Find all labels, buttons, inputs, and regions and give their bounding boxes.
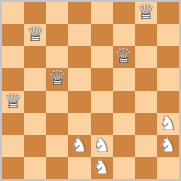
chess-board-frame: ♛♕♛♕♛♕♛♕♛♕♞♘♞♘♞♘♞♘♞♘ <box>0 0 181 181</box>
white-knight: ♞♘ <box>157 113 179 135</box>
square-g1[interactable] <box>135 157 157 179</box>
square-a8[interactable] <box>2 2 24 24</box>
square-f5[interactable] <box>113 68 135 90</box>
square-d5[interactable] <box>68 68 90 90</box>
square-g7[interactable] <box>135 24 157 46</box>
square-d8[interactable] <box>68 2 90 24</box>
square-c4[interactable] <box>46 91 68 113</box>
square-g4[interactable] <box>135 91 157 113</box>
white-queen: ♛♕ <box>113 46 135 68</box>
square-e7[interactable] <box>91 24 113 46</box>
square-a6[interactable] <box>2 46 24 68</box>
square-h7[interactable] <box>157 24 179 46</box>
square-f1[interactable] <box>113 157 135 179</box>
square-f4[interactable] <box>113 91 135 113</box>
square-h3[interactable]: ♞♘ <box>157 113 179 135</box>
square-h6[interactable] <box>157 46 179 68</box>
square-h2[interactable]: ♞♘ <box>157 135 179 157</box>
white-knight: ♞♘ <box>91 157 113 179</box>
square-c6[interactable] <box>46 46 68 68</box>
square-a5[interactable] <box>2 68 24 90</box>
white-queen: ♛♕ <box>135 2 157 24</box>
square-f2[interactable] <box>113 135 135 157</box>
square-d2[interactable]: ♞♘ <box>68 135 90 157</box>
square-c7[interactable] <box>46 24 68 46</box>
square-f7[interactable] <box>113 24 135 46</box>
square-d3[interactable] <box>68 113 90 135</box>
square-c2[interactable] <box>46 135 68 157</box>
square-b7[interactable]: ♛♕ <box>24 24 46 46</box>
square-a3[interactable] <box>2 113 24 135</box>
white-queen: ♛♕ <box>24 24 46 46</box>
square-g8[interactable]: ♛♕ <box>135 2 157 24</box>
white-knight: ♞♘ <box>68 135 90 157</box>
square-d1[interactable] <box>68 157 90 179</box>
square-f8[interactable] <box>113 2 135 24</box>
square-b4[interactable] <box>24 91 46 113</box>
chess-board: ♛♕♛♕♛♕♛♕♛♕♞♘♞♘♞♘♞♘♞♘ <box>2 2 179 179</box>
white-queen: ♛♕ <box>2 91 24 113</box>
square-a4[interactable]: ♛♕ <box>2 91 24 113</box>
square-f6[interactable]: ♛♕ <box>113 46 135 68</box>
square-h5[interactable] <box>157 68 179 90</box>
square-g2[interactable] <box>135 135 157 157</box>
square-b3[interactable] <box>24 113 46 135</box>
square-e3[interactable] <box>91 113 113 135</box>
square-e5[interactable] <box>91 68 113 90</box>
white-knight: ♞♘ <box>91 135 113 157</box>
square-g5[interactable] <box>135 68 157 90</box>
square-g3[interactable] <box>135 113 157 135</box>
white-knight: ♞♘ <box>157 135 179 157</box>
square-g6[interactable] <box>135 46 157 68</box>
square-e8[interactable] <box>91 2 113 24</box>
white-queen: ♛♕ <box>46 68 68 90</box>
square-h1[interactable] <box>157 157 179 179</box>
square-e1[interactable]: ♞♘ <box>91 157 113 179</box>
square-d7[interactable] <box>68 24 90 46</box>
square-e6[interactable] <box>91 46 113 68</box>
square-d6[interactable] <box>68 46 90 68</box>
square-e2[interactable]: ♞♘ <box>91 135 113 157</box>
square-a1[interactable] <box>2 157 24 179</box>
square-c3[interactable] <box>46 113 68 135</box>
square-d4[interactable] <box>68 91 90 113</box>
square-a7[interactable] <box>2 24 24 46</box>
square-c1[interactable] <box>46 157 68 179</box>
square-h8[interactable] <box>157 2 179 24</box>
square-b1[interactable] <box>24 157 46 179</box>
square-b6[interactable] <box>24 46 46 68</box>
square-a2[interactable] <box>2 135 24 157</box>
square-c8[interactable] <box>46 2 68 24</box>
square-h4[interactable] <box>157 91 179 113</box>
square-f3[interactable] <box>113 113 135 135</box>
square-b8[interactable] <box>24 2 46 24</box>
square-b5[interactable] <box>24 68 46 90</box>
square-e4[interactable] <box>91 91 113 113</box>
square-c5[interactable]: ♛♕ <box>46 68 68 90</box>
square-b2[interactable] <box>24 135 46 157</box>
